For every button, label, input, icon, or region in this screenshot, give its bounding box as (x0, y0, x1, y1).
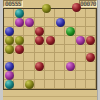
ball-purple[interactable] (25, 18, 34, 27)
high-score-display: 00555 (3, 0, 23, 7)
ball-purple[interactable] (5, 71, 14, 80)
ball-maroon[interactable] (86, 36, 95, 45)
ball-maroon[interactable] (35, 27, 44, 36)
frame-bevel-line (3, 96, 98, 97)
ball-olive[interactable] (5, 45, 14, 54)
window-right-edge (97, 0, 100, 100)
high-score-value: 00555 (5, 0, 22, 7)
ball-green[interactable] (66, 27, 75, 36)
ball-blue[interactable] (5, 27, 14, 36)
ball-maroon[interactable] (46, 36, 55, 45)
ball-olive-incoming-0[interactable] (42, 4, 51, 13)
ball-olive[interactable] (5, 36, 14, 45)
ball-blue[interactable] (56, 18, 65, 27)
color-lines-window: 00555 00070 (0, 0, 100, 100)
current-score-value: 00070 (80, 0, 95, 7)
board-apron (3, 90, 98, 100)
ball-teal[interactable] (15, 9, 24, 18)
ball-blue[interactable] (5, 62, 14, 71)
ball-maroon[interactable] (35, 36, 44, 45)
ball-olive[interactable] (15, 36, 24, 45)
ball-teal[interactable] (5, 80, 14, 89)
ball-maroon-incoming-1[interactable] (72, 3, 81, 12)
ball-purple[interactable] (15, 18, 24, 27)
ball-maroon[interactable] (15, 45, 24, 54)
ball-purple[interactable] (76, 36, 85, 45)
current-score-display: 00070 (79, 0, 97, 7)
